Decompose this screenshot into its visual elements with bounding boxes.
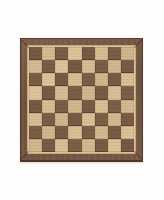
- square-b7[interactable]: [42, 60, 55, 73]
- square-h8[interactable]: [121, 47, 134, 60]
- square-c7[interactable]: [55, 60, 68, 73]
- square-c4[interactable]: [55, 100, 68, 113]
- square-e7[interactable]: [82, 60, 95, 73]
- square-f6[interactable]: [95, 73, 108, 86]
- square-c5[interactable]: [55, 86, 68, 99]
- square-c1[interactable]: [55, 139, 68, 152]
- square-c6[interactable]: [55, 73, 68, 86]
- square-h5[interactable]: [121, 86, 134, 99]
- square-f5[interactable]: [95, 86, 108, 99]
- square-g5[interactable]: [108, 86, 121, 99]
- square-f4[interactable]: [95, 100, 108, 113]
- square-d2[interactable]: [68, 126, 81, 139]
- square-f1[interactable]: [95, 139, 108, 152]
- square-a6[interactable]: [29, 73, 42, 86]
- square-g6[interactable]: [108, 73, 121, 86]
- square-h7[interactable]: [121, 60, 134, 73]
- square-d3[interactable]: [68, 113, 81, 126]
- square-e2[interactable]: [82, 126, 95, 139]
- square-a8[interactable]: [29, 47, 42, 60]
- board-trim: [27, 45, 136, 154]
- square-d6[interactable]: [68, 73, 81, 86]
- square-g2[interactable]: [108, 126, 121, 139]
- square-c3[interactable]: [55, 113, 68, 126]
- square-c8[interactable]: [55, 47, 68, 60]
- square-b1[interactable]: [42, 139, 55, 152]
- square-d8[interactable]: [68, 47, 81, 60]
- square-h3[interactable]: [121, 113, 134, 126]
- square-e3[interactable]: [82, 113, 95, 126]
- square-e1[interactable]: [82, 139, 95, 152]
- square-d4[interactable]: [68, 100, 81, 113]
- square-e4[interactable]: [82, 100, 95, 113]
- square-d1[interactable]: [68, 139, 81, 152]
- square-a1[interactable]: [29, 139, 42, 152]
- chessboard: [20, 38, 143, 162]
- square-e8[interactable]: [82, 47, 95, 60]
- square-c2[interactable]: [55, 126, 68, 139]
- product-photo: [0, 0, 164, 200]
- square-b6[interactable]: [42, 73, 55, 86]
- square-f7[interactable]: [95, 60, 108, 73]
- square-f2[interactable]: [95, 126, 108, 139]
- square-f3[interactable]: [95, 113, 108, 126]
- square-g3[interactable]: [108, 113, 121, 126]
- square-h6[interactable]: [121, 73, 134, 86]
- square-a4[interactable]: [29, 100, 42, 113]
- square-g7[interactable]: [108, 60, 121, 73]
- square-b2[interactable]: [42, 126, 55, 139]
- square-a3[interactable]: [29, 113, 42, 126]
- square-a2[interactable]: [29, 126, 42, 139]
- square-e5[interactable]: [82, 86, 95, 99]
- board-grid: [29, 47, 134, 152]
- square-a7[interactable]: [29, 60, 42, 73]
- square-d7[interactable]: [68, 60, 81, 73]
- square-h4[interactable]: [121, 100, 134, 113]
- square-f8[interactable]: [95, 47, 108, 60]
- square-h1[interactable]: [121, 139, 134, 152]
- square-b3[interactable]: [42, 113, 55, 126]
- square-b8[interactable]: [42, 47, 55, 60]
- square-g8[interactable]: [108, 47, 121, 60]
- square-h2[interactable]: [121, 126, 134, 139]
- square-g1[interactable]: [108, 139, 121, 152]
- square-a5[interactable]: [29, 86, 42, 99]
- square-e6[interactable]: [82, 73, 95, 86]
- square-d5[interactable]: [68, 86, 81, 99]
- square-g4[interactable]: [108, 100, 121, 113]
- square-b5[interactable]: [42, 86, 55, 99]
- square-b4[interactable]: [42, 100, 55, 113]
